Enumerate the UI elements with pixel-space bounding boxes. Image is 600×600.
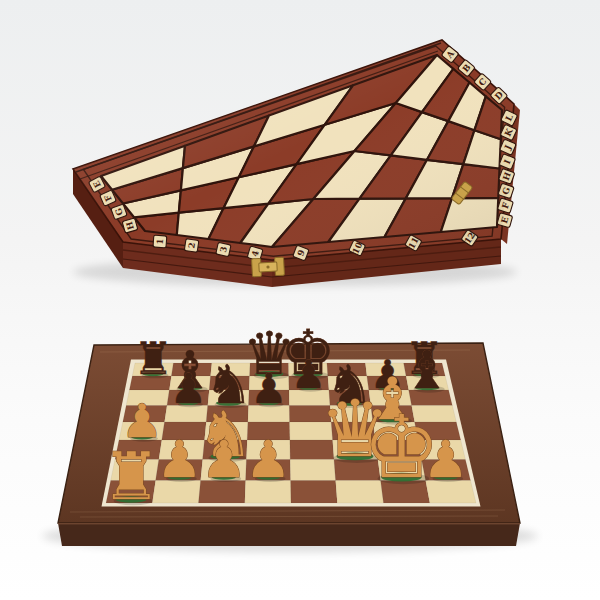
light-pawn: ♟ — [156, 430, 202, 489]
board-square — [291, 481, 338, 504]
piece-glyph: ♟ — [156, 430, 202, 489]
piece-glyph: ♟ — [423, 430, 469, 489]
piece-glyph: ♜ — [102, 438, 160, 514]
three-player-chess-box: 12349101112EFGHLKJIHGFEABCD — [73, 40, 520, 287]
light-rook: ♜ — [102, 438, 160, 514]
piece-glyph: ♟ — [201, 430, 247, 489]
light-pawn: ♟ — [245, 430, 291, 489]
box-sheen — [73, 40, 514, 260]
piece-glyph: ♟ — [250, 364, 287, 413]
dark-pawn: ♟ — [250, 364, 287, 413]
board-frame-front — [58, 523, 520, 546]
product-photo-chess-sets: 12349101112EFGHLKJIHGFEABCD ♜♛♚♜♝♟♟♝♟♞♟♞… — [0, 0, 600, 600]
scene-render: 12349101112EFGHLKJIHGFEABCD ♜♛♚♜♝♟♟♝♟♞♟♞… — [0, 0, 600, 600]
light-pawn: ♟ — [423, 430, 469, 489]
piece-glyph: ♟ — [245, 430, 291, 489]
light-pawn: ♟ — [201, 430, 247, 489]
